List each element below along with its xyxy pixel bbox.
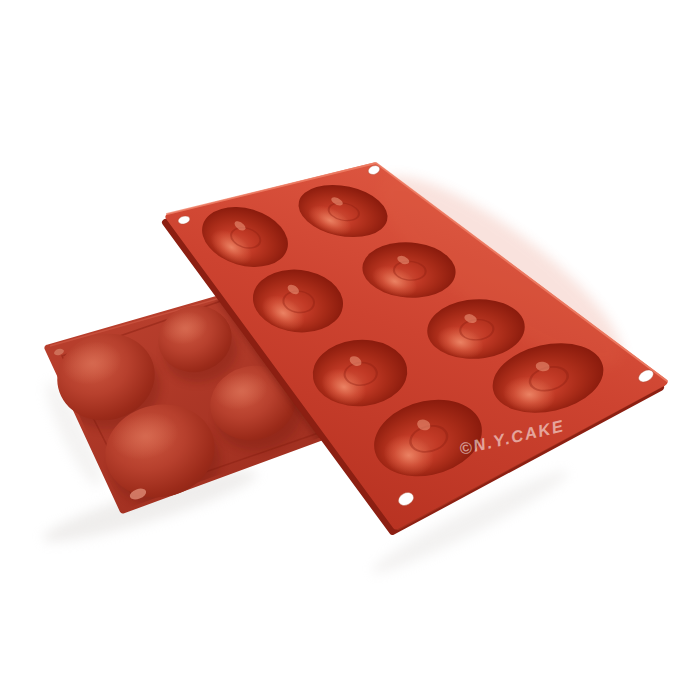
molds-illustration: ©N.Y.CAKE: [0, 0, 700, 700]
product-photo: ©N.Y.CAKE: [0, 0, 700, 700]
